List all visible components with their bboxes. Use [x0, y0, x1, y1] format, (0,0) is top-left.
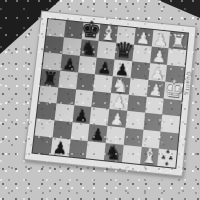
piece-white-bishop[interactable]: ♝ — [139, 145, 159, 167]
piece-black-knight[interactable]: ♞ — [80, 38, 99, 58]
square[interactable] — [33, 136, 53, 155]
piece-black-pawn[interactable]: ♟ — [90, 126, 106, 144]
square[interactable] — [129, 78, 148, 97]
piece-white-king[interactable]: ♚ — [162, 76, 185, 101]
chessboard: ♠♣♣♦ ♚♝♟♟♜♞♛♟♟♟♟♟♜♞♟♚♟♟♟♟♟♞♝ Quality — [24, 10, 197, 176]
chessboard-photo: ♠♣♣♦ ♚♝♟♟♜♞♛♟♟♟♟♟♜♞♟♚♟♟♟♟♟♞♝ Quality — [0, 0, 200, 200]
brand-emblem: ♠♣♣♦ — [160, 150, 175, 167]
square[interactable] — [44, 35, 63, 53]
square[interactable] — [125, 111, 144, 130]
square[interactable] — [127, 94, 146, 113]
emblem-suit-glyph: ♦ — [164, 161, 170, 167]
board-margin: ♠♣♣♦ ♚♝♟♟♜♞♛♟♟♟♟♟♜♞♟♚♟♟♟♟♟♞♝ Quality — [24, 10, 197, 176]
piece-white-pawn[interactable]: ♟ — [135, 30, 151, 47]
square[interactable] — [123, 128, 143, 147]
board-frame: ♠♣♣♦ ♚♝♟♟♜♞♛♟♟♟♟♟♜♞♟♚♟♟♟♟♟♞♝ — [31, 18, 189, 169]
square[interactable] — [76, 72, 95, 91]
square[interactable] — [122, 145, 142, 164]
square[interactable] — [37, 102, 57, 121]
piece-black-rook[interactable]: ♜ — [41, 68, 59, 87]
piece-black-pawn[interactable]: ♟ — [52, 139, 68, 157]
square[interactable] — [54, 104, 74, 123]
piece-white-rook[interactable]: ♜ — [170, 31, 188, 50]
square[interactable] — [92, 91, 111, 110]
piece-black-pawn[interactable]: ♟ — [62, 55, 78, 72]
board-edge-brand-text: Quality — [184, 71, 192, 95]
piece-black-pawn[interactable]: ♟ — [97, 59, 113, 76]
square[interactable] — [35, 119, 55, 138]
board-grid: ♠♣♣♦ ♚♝♟♟♜♞♛♟♟♟♟♟♜♞♟♚♟♟♟♟♟♞♝ — [33, 19, 188, 168]
square[interactable] — [56, 87, 76, 106]
square[interactable] — [68, 139, 88, 158]
square[interactable] — [130, 61, 149, 79]
square[interactable] — [46, 19, 65, 37]
piece-black-knight[interactable]: ♞ — [104, 142, 123, 163]
square[interactable] — [161, 115, 180, 134]
piece-black-pawn[interactable]: ♟ — [74, 107, 90, 125]
square[interactable] — [143, 113, 162, 132]
piece-white-pawn[interactable]: ♟ — [148, 81, 164, 98]
piece-white-pawn[interactable]: ♟ — [109, 111, 125, 129]
